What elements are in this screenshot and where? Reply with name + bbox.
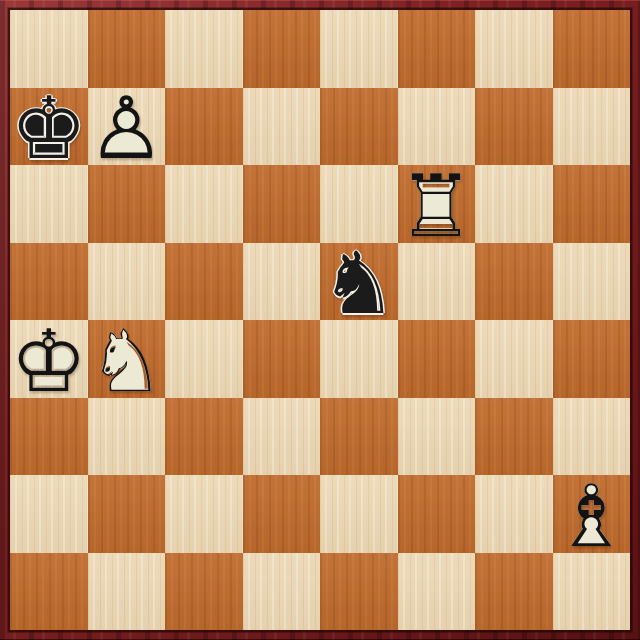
square-a7[interactable]: ♚♚ — [10, 88, 88, 166]
white-king[interactable]: ♚♔ — [10, 320, 88, 398]
square-h1[interactable] — [553, 553, 631, 631]
square-h7[interactable] — [553, 88, 631, 166]
black-king[interactable]: ♚♚ — [10, 88, 88, 166]
square-h8[interactable] — [553, 10, 631, 88]
square-f6[interactable]: ♜♖ — [398, 165, 476, 243]
square-g8[interactable] — [475, 10, 553, 88]
square-a2[interactable] — [10, 475, 88, 553]
square-a5[interactable] — [10, 243, 88, 321]
square-d7[interactable] — [243, 88, 321, 166]
square-g4[interactable] — [475, 320, 553, 398]
square-f7[interactable] — [398, 88, 476, 166]
square-d1[interactable] — [243, 553, 321, 631]
square-d5[interactable] — [243, 243, 321, 321]
square-d3[interactable] — [243, 398, 321, 476]
square-h6[interactable] — [553, 165, 631, 243]
square-d4[interactable] — [243, 320, 321, 398]
square-a3[interactable] — [10, 398, 88, 476]
square-h4[interactable] — [553, 320, 631, 398]
square-b3[interactable] — [88, 398, 166, 476]
square-e4[interactable] — [320, 320, 398, 398]
square-d2[interactable] — [243, 475, 321, 553]
square-c1[interactable] — [165, 553, 243, 631]
square-g5[interactable] — [475, 243, 553, 321]
white-king-glyph-lines: ♔ — [10, 320, 88, 398]
square-e5[interactable]: ♞♞ — [320, 243, 398, 321]
square-e8[interactable] — [320, 10, 398, 88]
square-a4[interactable]: ♚♔ — [10, 320, 88, 398]
square-f3[interactable] — [398, 398, 476, 476]
square-a1[interactable] — [10, 553, 88, 631]
white-pawn[interactable]: ♟♙ — [88, 88, 166, 166]
square-a8[interactable] — [10, 10, 88, 88]
square-g3[interactable] — [475, 398, 553, 476]
square-e7[interactable] — [320, 88, 398, 166]
white-knight-glyph-lines: ♘ — [88, 320, 166, 398]
square-c7[interactable] — [165, 88, 243, 166]
black-knight[interactable]: ♞♞ — [320, 243, 398, 321]
white-bishop-glyph-lines: ♗ — [553, 475, 631, 553]
square-h5[interactable] — [553, 243, 631, 321]
square-c6[interactable] — [165, 165, 243, 243]
square-e3[interactable] — [320, 398, 398, 476]
square-e6[interactable] — [320, 165, 398, 243]
white-pawn-glyph-lines: ♙ — [88, 88, 166, 166]
square-b2[interactable] — [88, 475, 166, 553]
square-c4[interactable] — [165, 320, 243, 398]
square-b8[interactable] — [88, 10, 166, 88]
white-rook-glyph-lines: ♖ — [398, 165, 476, 243]
square-e1[interactable] — [320, 553, 398, 631]
square-b5[interactable] — [88, 243, 166, 321]
black-king-glyph-lines: ♚ — [10, 88, 88, 166]
square-f1[interactable] — [398, 553, 476, 631]
square-d6[interactable] — [243, 165, 321, 243]
square-b4[interactable]: ♞♘ — [88, 320, 166, 398]
square-f8[interactable] — [398, 10, 476, 88]
square-a6[interactable] — [10, 165, 88, 243]
square-h2[interactable]: ♝♗ — [553, 475, 631, 553]
square-c5[interactable] — [165, 243, 243, 321]
square-g7[interactable] — [475, 88, 553, 166]
chess-board: ♚♚♟♙♜♖♞♞♚♔♞♘♝♗ — [10, 10, 630, 630]
square-b7[interactable]: ♟♙ — [88, 88, 166, 166]
square-c8[interactable] — [165, 10, 243, 88]
chess-app-window: ♚♚♟♙♜♖♞♞♚♔♞♘♝♗ — [0, 0, 640, 640]
black-knight-glyph-lines: ♞ — [320, 243, 398, 321]
square-e2[interactable] — [320, 475, 398, 553]
square-f4[interactable] — [398, 320, 476, 398]
square-g1[interactable] — [475, 553, 553, 631]
square-b1[interactable] — [88, 553, 166, 631]
white-knight[interactable]: ♞♘ — [88, 320, 166, 398]
square-f5[interactable] — [398, 243, 476, 321]
square-h3[interactable] — [553, 398, 631, 476]
square-b6[interactable] — [88, 165, 166, 243]
square-g6[interactable] — [475, 165, 553, 243]
white-rook[interactable]: ♜♖ — [398, 165, 476, 243]
square-g2[interactable] — [475, 475, 553, 553]
square-f2[interactable] — [398, 475, 476, 553]
square-c2[interactable] — [165, 475, 243, 553]
square-d8[interactable] — [243, 10, 321, 88]
square-c3[interactable] — [165, 398, 243, 476]
white-bishop[interactable]: ♝♗ — [553, 475, 631, 553]
